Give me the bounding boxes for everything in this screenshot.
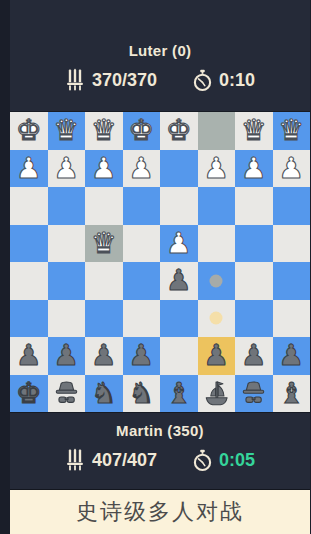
square-r8c4[interactable]: ♞ — [123, 375, 161, 413]
square-r4c2[interactable] — [48, 225, 86, 263]
square-r7c2[interactable]: ♟ — [48, 337, 86, 375]
white-pawn-piece: ♟ — [48, 150, 86, 188]
black-pawn-piece: ♟ — [198, 337, 236, 375]
square-r7c7[interactable]: ♟ — [235, 337, 273, 375]
square-r7c5[interactable] — [160, 337, 198, 375]
black-bishop-piece: ♝ — [160, 375, 198, 413]
black-pawn-piece: ♟ — [273, 337, 311, 375]
square-r5c6[interactable] — [198, 262, 236, 300]
square-r2c7[interactable]: ♟ — [235, 150, 273, 188]
black-king-piece: ♚ — [10, 375, 48, 413]
square-r5c8[interactable] — [273, 262, 311, 300]
square-r3c3[interactable] — [85, 187, 123, 225]
square-r5c1[interactable] — [10, 262, 48, 300]
bottom-player-stats: 407/407 0:05 — [10, 448, 310, 472]
square-r3c5[interactable] — [160, 187, 198, 225]
square-r2c1[interactable]: ♟ — [10, 150, 48, 188]
square-r1c1[interactable]: ♚ — [10, 112, 48, 150]
square-r8c8[interactable]: ♝ — [273, 375, 311, 413]
black-spy-piece — [48, 375, 86, 413]
square-r8c1[interactable]: ♚ — [10, 375, 48, 413]
square-r6c1[interactable] — [10, 300, 48, 338]
top-army-value: 370/370 — [92, 70, 157, 91]
square-r7c8[interactable]: ♟ — [273, 337, 311, 375]
square-r5c7[interactable] — [235, 262, 273, 300]
square-r2c6[interactable]: ♟ — [198, 150, 236, 188]
bottom-player-panel: Martin (350) — [10, 413, 310, 489]
legal-move-dot — [210, 312, 223, 325]
square-r6c4[interactable] — [123, 300, 161, 338]
black-pawn-piece: ♟ — [48, 337, 86, 375]
white-pawn-piece: ♟ — [198, 150, 236, 188]
square-r7c3[interactable]: ♟ — [85, 337, 123, 375]
white-pawn-piece: ♟ — [123, 150, 161, 188]
square-r2c8[interactable]: ♟ — [273, 150, 311, 188]
top-player-stats: 370/370 0:10 — [10, 68, 310, 92]
square-r6c6[interactable] — [198, 300, 236, 338]
square-r3c4[interactable] — [123, 187, 161, 225]
square-r1c5[interactable]: ♚ — [160, 112, 198, 150]
black-pegasus-piece: ♞ — [85, 375, 123, 413]
square-r5c5[interactable]: ♟ — [160, 262, 198, 300]
white-pawn-piece: ♟ — [85, 150, 123, 188]
square-r7c4[interactable]: ♟ — [123, 337, 161, 375]
bottom-army-value: 407/407 — [92, 450, 157, 471]
square-r4c6[interactable] — [198, 225, 236, 263]
square-r8c6[interactable] — [198, 375, 236, 413]
square-r3c1[interactable] — [10, 187, 48, 225]
square-r8c5[interactable]: ♝ — [160, 375, 198, 413]
black-bishop-piece: ♝ — [273, 375, 311, 413]
square-r2c5[interactable] — [160, 150, 198, 188]
square-r1c4[interactable]: ♚ — [123, 112, 161, 150]
square-r1c7[interactable]: ♛ — [235, 112, 273, 150]
square-r7c1[interactable]: ♟ — [10, 337, 48, 375]
ad-banner[interactable]: 史诗级多人对战 — [10, 489, 310, 534]
bottom-time-value: 0:05 — [219, 450, 255, 471]
square-r1c6[interactable] — [198, 112, 236, 150]
square-r4c8[interactable] — [273, 225, 311, 263]
square-r4c3[interactable]: ♛ — [85, 225, 123, 263]
square-r8c2[interactable] — [48, 375, 86, 413]
square-r3c8[interactable] — [273, 187, 311, 225]
square-r5c2[interactable] — [48, 262, 86, 300]
square-r6c8[interactable] — [273, 300, 311, 338]
square-r4c5[interactable]: ♟ — [160, 225, 198, 263]
top-army-stat: 370/370 — [65, 68, 157, 92]
legal-move-dot — [210, 274, 223, 287]
black-pawn-piece: ♟ — [85, 337, 123, 375]
white-pawn-piece: ♟ — [10, 150, 48, 188]
sword-bundle-icon — [65, 68, 85, 92]
black-spy-piece — [235, 375, 273, 413]
square-r3c7[interactable] — [235, 187, 273, 225]
white-queen-piece: ♛ — [85, 112, 123, 150]
black-pawn-piece: ♟ — [235, 337, 273, 375]
white-king-piece: ♚ — [10, 112, 48, 150]
square-r6c3[interactable] — [85, 300, 123, 338]
square-r1c3[interactable]: ♛ — [85, 112, 123, 150]
bottom-player-name: Martin (350) — [10, 422, 310, 439]
ad-banner-text: 史诗级多人对战 — [76, 497, 244, 527]
square-r5c4[interactable] — [123, 262, 161, 300]
square-r1c8[interactable]: ♛ — [273, 112, 311, 150]
square-r7c6[interactable]: ♟ — [198, 337, 236, 375]
stopwatch-icon — [193, 449, 212, 472]
black-pawn-piece: ♟ — [160, 262, 198, 300]
square-r3c2[interactable] — [48, 187, 86, 225]
white-pawn-piece: ♟ — [273, 150, 311, 188]
white-queen-piece: ♛ — [235, 112, 273, 150]
black-pegasus-piece: ♞ — [123, 375, 161, 413]
square-r6c7[interactable] — [235, 300, 273, 338]
square-r2c2[interactable]: ♟ — [48, 150, 86, 188]
square-r5c3[interactable] — [85, 262, 123, 300]
chess-app-window: Luter (0) — [10, 0, 310, 534]
white-pawn-piece: ♟ — [235, 150, 273, 188]
square-r6c2[interactable] — [48, 300, 86, 338]
square-r4c7[interactable] — [235, 225, 273, 263]
board: ♚♛♛♚♚♛♛♟♟♟♟♟♟♟♛♟♟♟♟♟♟♟♟♟♚♞♞♝♝ — [10, 111, 310, 413]
top-player-name: Luter (0) — [10, 42, 310, 59]
white-queen-piece: ♛ — [85, 225, 123, 263]
white-king-piece: ♚ — [160, 112, 198, 150]
square-r4c4[interactable] — [123, 225, 161, 263]
square-r8c7[interactable] — [235, 375, 273, 413]
bottom-army-stat: 407/407 — [65, 448, 157, 472]
black-pawn-piece: ♟ — [10, 337, 48, 375]
square-r2c4[interactable]: ♟ — [123, 150, 161, 188]
square-r3c6[interactable] — [198, 187, 236, 225]
square-r4c1[interactable] — [10, 225, 48, 263]
square-r1c2[interactable]: ♛ — [48, 112, 86, 150]
top-player-panel: Luter (0) — [10, 0, 310, 111]
white-queen-piece: ♛ — [273, 112, 311, 150]
black-ship-piece — [198, 375, 236, 413]
square-r6c5[interactable] — [160, 300, 198, 338]
black-pawn-piece: ♟ — [123, 337, 161, 375]
bottom-timer-stat: 0:05 — [193, 449, 255, 472]
square-r2c3[interactable]: ♟ — [85, 150, 123, 188]
stopwatch-icon — [193, 69, 212, 92]
white-pawn-piece: ♟ — [160, 225, 198, 263]
white-king-piece: ♚ — [123, 112, 161, 150]
top-timer-stat: 0:10 — [193, 69, 255, 92]
sword-bundle-icon — [65, 448, 85, 472]
white-queen-piece: ♛ — [48, 112, 86, 150]
square-r8c3[interactable]: ♞ — [85, 375, 123, 413]
top-time-value: 0:10 — [219, 70, 255, 91]
